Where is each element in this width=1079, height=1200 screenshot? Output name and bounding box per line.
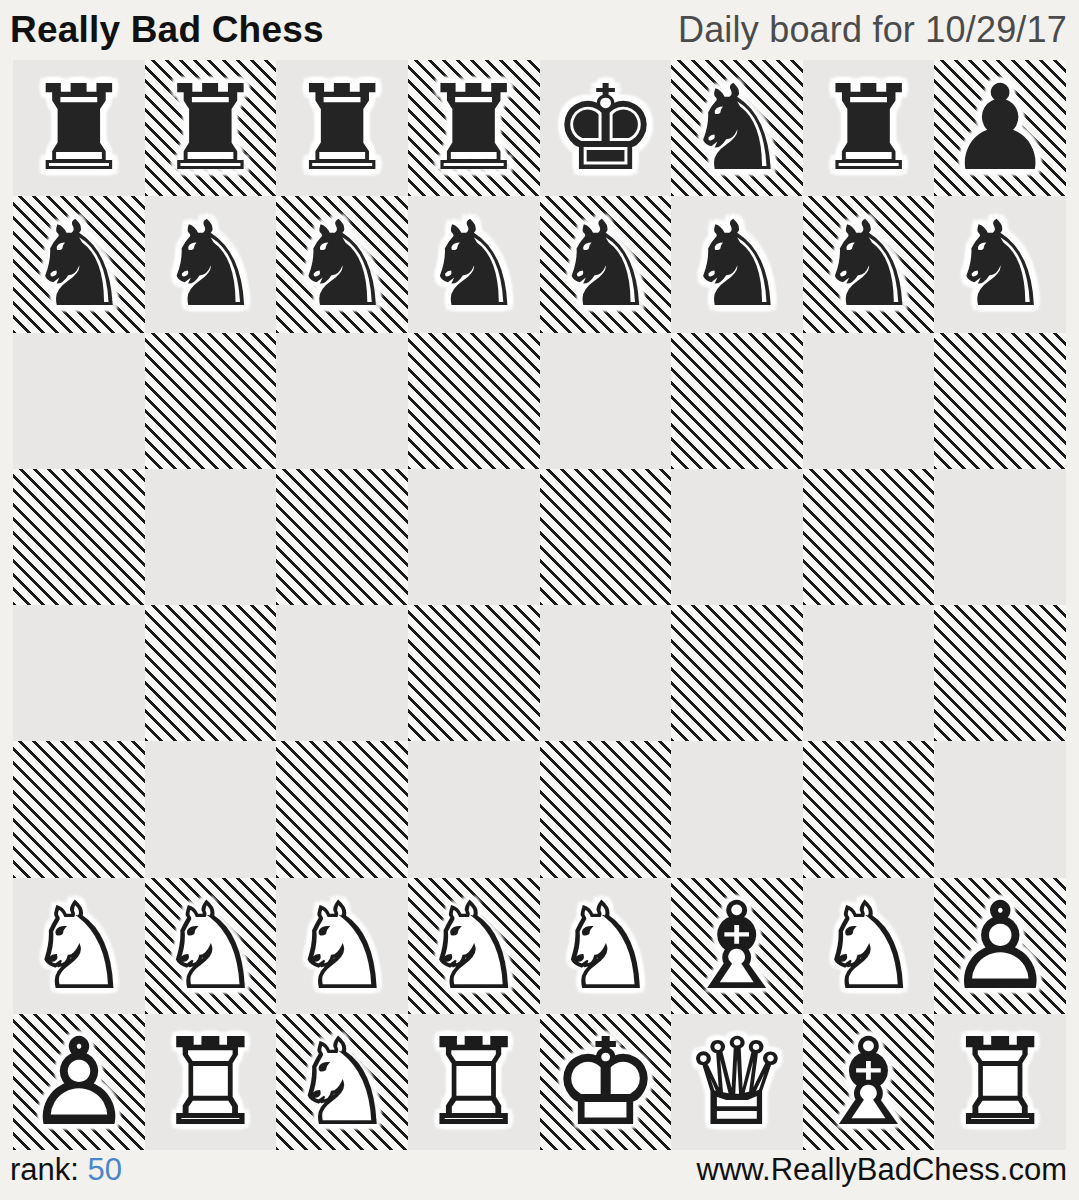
piece-black-knight[interactable]: ♞: [158, 205, 264, 323]
square-b5[interactable]: [145, 469, 277, 605]
piece-glyph: ♟: [947, 69, 1053, 187]
piece-glyph: ♜: [158, 69, 264, 187]
board: ♜♜♜♜♚♞♜♟♞♞♞♞♞♞♞♞♞♘♞♘♞♘♞♘♞♘♝♗♞♘♟♙♟♙♜♖♞♘♜♖…: [13, 60, 1066, 1150]
piece-black-rook[interactable]: ♜: [26, 69, 132, 187]
square-a6[interactable]: [13, 333, 145, 469]
square-g7[interactable]: ♞: [803, 196, 935, 332]
square-h4[interactable]: [934, 605, 1066, 741]
piece-white-bishop[interactable]: ♝♗: [816, 1023, 922, 1141]
square-h8[interactable]: ♟: [934, 60, 1066, 196]
piece-glyph: ♞: [158, 205, 264, 323]
square-c8[interactable]: ♜: [276, 60, 408, 196]
piece-black-rook[interactable]: ♜: [289, 69, 395, 187]
piece-white-king[interactable]: ♚♔: [552, 1023, 658, 1141]
piece-outline-glyph: ♘: [421, 887, 527, 1005]
piece-black-rook[interactable]: ♜: [816, 69, 922, 187]
square-a4[interactable]: [13, 605, 145, 741]
piece-outline-glyph: ♖: [421, 1023, 527, 1141]
square-b2[interactable]: ♞♘: [145, 878, 277, 1014]
piece-glyph: ♜: [421, 69, 527, 187]
square-d1[interactable]: ♜♖: [408, 1014, 540, 1150]
piece-white-knight[interactable]: ♞♘: [26, 887, 132, 1005]
piece-white-knight[interactable]: ♞♘: [816, 887, 922, 1005]
piece-black-knight[interactable]: ♞: [421, 205, 527, 323]
square-f3[interactable]: [671, 741, 803, 877]
piece-white-knight[interactable]: ♞♘: [289, 887, 395, 1005]
square-g3[interactable]: [803, 741, 935, 877]
piece-black-pawn[interactable]: ♟: [947, 69, 1053, 187]
piece-glyph: ♞: [684, 205, 790, 323]
square-e6[interactable]: [540, 333, 672, 469]
piece-outline-glyph: ♘: [289, 887, 395, 1005]
square-h1[interactable]: ♜♖: [934, 1014, 1066, 1150]
app-title: Really Bad Chess: [10, 9, 324, 51]
piece-black-knight[interactable]: ♞: [816, 205, 922, 323]
piece-white-knight[interactable]: ♞♘: [289, 1023, 395, 1141]
piece-outline-glyph: ♘: [816, 887, 922, 1005]
piece-outline-glyph: ♖: [947, 1023, 1053, 1141]
piece-outline-glyph: ♙: [26, 1023, 132, 1141]
square-g4[interactable]: [803, 605, 935, 741]
square-d5[interactable]: [408, 469, 540, 605]
piece-glyph: ♞: [421, 205, 527, 323]
square-a2[interactable]: ♞♘: [13, 878, 145, 1014]
piece-white-knight[interactable]: ♞♘: [552, 887, 658, 1005]
piece-glyph: ♞: [684, 69, 790, 187]
piece-outline-glyph: ♘: [26, 887, 132, 1005]
square-d2[interactable]: ♞♘: [408, 878, 540, 1014]
website-link[interactable]: www.ReallyBadChess.com: [697, 1152, 1067, 1188]
square-d3[interactable]: [408, 741, 540, 877]
rank-display: rank: 50: [10, 1152, 122, 1188]
rank-value: 50: [88, 1152, 122, 1187]
square-d7[interactable]: ♞: [408, 196, 540, 332]
square-e3[interactable]: [540, 741, 672, 877]
square-c1[interactable]: ♞♘: [276, 1014, 408, 1150]
piece-glyph: ♞: [26, 205, 132, 323]
piece-black-knight[interactable]: ♞: [552, 205, 658, 323]
square-d4[interactable]: [408, 605, 540, 741]
piece-glyph: ♚: [552, 69, 658, 187]
piece-outline-glyph: ♘: [158, 887, 264, 1005]
square-f2[interactable]: ♝♗: [671, 878, 803, 1014]
square-b1[interactable]: ♜♖: [145, 1014, 277, 1150]
piece-glyph: ♞: [947, 205, 1053, 323]
square-g6[interactable]: [803, 333, 935, 469]
piece-black-knight[interactable]: ♞: [289, 205, 395, 323]
square-e1[interactable]: ♚♔: [540, 1014, 672, 1150]
square-b3[interactable]: [145, 741, 277, 877]
piece-black-rook[interactable]: ♜: [158, 69, 264, 187]
piece-white-rook[interactable]: ♜♖: [947, 1023, 1053, 1141]
square-e8[interactable]: ♚: [540, 60, 672, 196]
piece-white-bishop[interactable]: ♝♗: [684, 887, 790, 1005]
square-c4[interactable]: [276, 605, 408, 741]
header: Really Bad Chess Daily board for 10/29/1…: [10, 0, 1067, 58]
square-e2[interactable]: ♞♘: [540, 878, 672, 1014]
piece-black-knight[interactable]: ♞: [684, 69, 790, 187]
square-f8[interactable]: ♞: [671, 60, 803, 196]
square-f5[interactable]: [671, 469, 803, 605]
piece-outline-glyph: ♘: [289, 1023, 395, 1141]
square-c5[interactable]: [276, 469, 408, 605]
piece-white-pawn[interactable]: ♟♙: [947, 887, 1053, 1005]
square-g2[interactable]: ♞♘: [803, 878, 935, 1014]
piece-white-knight[interactable]: ♞♘: [158, 887, 264, 1005]
piece-outline-glyph: ♕: [684, 1023, 790, 1141]
piece-white-rook[interactable]: ♜♖: [158, 1023, 264, 1141]
square-a8[interactable]: ♜: [13, 60, 145, 196]
square-g5[interactable]: [803, 469, 935, 605]
square-b6[interactable]: [145, 333, 277, 469]
square-a5[interactable]: [13, 469, 145, 605]
piece-glyph: ♜: [816, 69, 922, 187]
piece-white-queen[interactable]: ♛♕: [684, 1023, 790, 1141]
square-d8[interactable]: ♜: [408, 60, 540, 196]
piece-black-knight[interactable]: ♞: [947, 205, 1053, 323]
square-a7[interactable]: ♞: [13, 196, 145, 332]
piece-outline-glyph: ♗: [816, 1023, 922, 1141]
rank-label: rank:: [10, 1152, 88, 1187]
square-c2[interactable]: ♞♘: [276, 878, 408, 1014]
square-f1[interactable]: ♛♕: [671, 1014, 803, 1150]
square-f4[interactable]: [671, 605, 803, 741]
piece-black-knight[interactable]: ♞: [684, 205, 790, 323]
square-f6[interactable]: [671, 333, 803, 469]
square-d6[interactable]: [408, 333, 540, 469]
square-e7[interactable]: ♞: [540, 196, 672, 332]
piece-outline-glyph: ♙: [947, 887, 1053, 1005]
piece-outline-glyph: ♘: [552, 887, 658, 1005]
square-g8[interactable]: ♜: [803, 60, 935, 196]
square-h6[interactable]: [934, 333, 1066, 469]
footer: rank: 50 www.ReallyBadChess.com: [10, 1152, 1067, 1194]
piece-black-rook[interactable]: ♜: [421, 69, 527, 187]
piece-outline-glyph: ♖: [158, 1023, 264, 1141]
square-h3[interactable]: [934, 741, 1066, 877]
daily-board-subtitle: Daily board for 10/29/17: [678, 9, 1067, 51]
piece-white-rook[interactable]: ♜♖: [421, 1023, 527, 1141]
square-b7[interactable]: ♞: [145, 196, 277, 332]
piece-outline-glyph: ♗: [684, 887, 790, 1005]
square-b4[interactable]: [145, 605, 277, 741]
piece-outline-glyph: ♔: [552, 1023, 658, 1141]
piece-white-knight[interactable]: ♞♘: [421, 887, 527, 1005]
piece-glyph: ♜: [289, 69, 395, 187]
square-b8[interactable]: ♜: [145, 60, 277, 196]
square-c6[interactable]: [276, 333, 408, 469]
piece-glyph: ♞: [289, 205, 395, 323]
square-h7[interactable]: ♞: [934, 196, 1066, 332]
square-a1[interactable]: ♟♙: [13, 1014, 145, 1150]
square-c3[interactable]: [276, 741, 408, 877]
square-e5[interactable]: [540, 469, 672, 605]
square-e4[interactable]: [540, 605, 672, 741]
square-h2[interactable]: ♟♙: [934, 878, 1066, 1014]
piece-black-king[interactable]: ♚: [552, 69, 658, 187]
square-h5[interactable]: [934, 469, 1066, 605]
piece-white-pawn[interactable]: ♟♙: [26, 1023, 132, 1141]
square-c7[interactable]: ♞: [276, 196, 408, 332]
piece-glyph: ♜: [26, 69, 132, 187]
piece-black-knight[interactable]: ♞: [26, 205, 132, 323]
square-f7[interactable]: ♞: [671, 196, 803, 332]
piece-glyph: ♞: [816, 205, 922, 323]
square-a3[interactable]: [13, 741, 145, 877]
square-g1[interactable]: ♝♗: [803, 1014, 935, 1150]
piece-glyph: ♞: [552, 205, 658, 323]
